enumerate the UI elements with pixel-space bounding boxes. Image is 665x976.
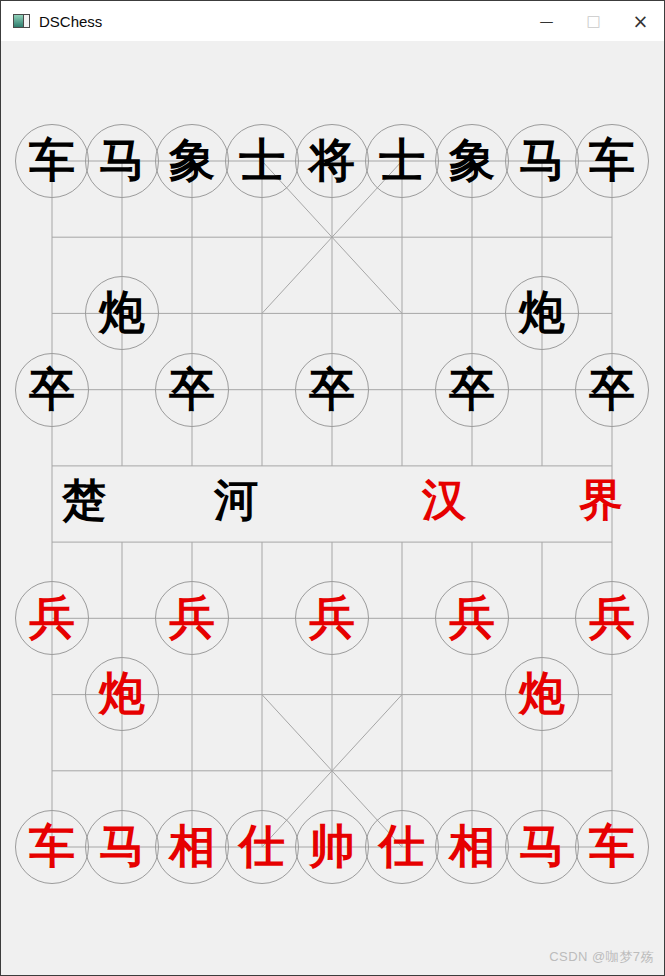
piece-black-horse[interactable]: 马 xyxy=(85,124,159,198)
minimize-button[interactable]: — xyxy=(523,1,570,41)
app-icon-teal-pane xyxy=(14,15,23,27)
piece-black-general[interactable]: 将 xyxy=(295,124,369,198)
watermark: CSDN @咖梦7殇 xyxy=(549,948,654,966)
piece-black-chariot[interactable]: 车 xyxy=(575,124,649,198)
piece-red-advisor[interactable]: 仕 xyxy=(225,810,299,884)
piece-red-horse[interactable]: 马 xyxy=(85,810,159,884)
piece-red-chariot[interactable]: 车 xyxy=(575,810,649,884)
piece-red-advisor[interactable]: 仕 xyxy=(365,810,439,884)
piece-black-elephant[interactable]: 象 xyxy=(435,124,509,198)
xiangqi-board[interactable]: 楚河汉界 车马象士将士象马车炮炮卒卒卒卒卒兵兵兵兵兵炮炮车马相仕帅仕相马车 CS… xyxy=(1,41,664,975)
piece-red-horse[interactable]: 马 xyxy=(505,810,579,884)
window-title: DSChess xyxy=(39,13,102,30)
piece-red-general[interactable]: 帅 xyxy=(295,810,369,884)
piece-red-cannon[interactable]: 炮 xyxy=(505,657,579,731)
piece-red-chariot[interactable]: 车 xyxy=(15,810,89,884)
app-window: DSChess — □ × 楚河汉界 车马象士将士象马车炮炮卒卒卒卒卒兵兵兵兵兵… xyxy=(0,0,665,976)
app-icon-light-pane xyxy=(23,15,29,27)
piece-red-elephant[interactable]: 相 xyxy=(155,810,229,884)
piece-black-soldier[interactable]: 卒 xyxy=(575,353,649,427)
piece-black-horse[interactable]: 马 xyxy=(505,124,579,198)
piece-red-soldier[interactable]: 兵 xyxy=(15,581,89,655)
app-icon xyxy=(13,14,30,28)
piece-black-chariot[interactable]: 车 xyxy=(15,124,89,198)
close-button[interactable]: × xyxy=(617,1,664,41)
piece-red-soldier[interactable]: 兵 xyxy=(575,581,649,655)
piece-black-soldier[interactable]: 卒 xyxy=(15,353,89,427)
piece-black-cannon[interactable]: 炮 xyxy=(505,276,579,350)
titlebar: DSChess — □ × xyxy=(1,1,664,41)
piece-black-elephant[interactable]: 象 xyxy=(155,124,229,198)
piece-red-elephant[interactable]: 相 xyxy=(435,810,509,884)
piece-black-soldier[interactable]: 卒 xyxy=(435,353,509,427)
piece-red-soldier[interactable]: 兵 xyxy=(155,581,229,655)
piece-layer: 车马象士将士象马车炮炮卒卒卒卒卒兵兵兵兵兵炮炮车马相仕帅仕相马车 xyxy=(17,123,647,885)
window-controls: — □ × xyxy=(523,1,664,41)
piece-black-advisor[interactable]: 士 xyxy=(365,124,439,198)
piece-black-soldier[interactable]: 卒 xyxy=(155,353,229,427)
piece-red-soldier[interactable]: 兵 xyxy=(295,581,369,655)
piece-red-soldier[interactable]: 兵 xyxy=(435,581,509,655)
maximize-button[interactable]: □ xyxy=(570,1,617,41)
piece-black-advisor[interactable]: 士 xyxy=(225,124,299,198)
piece-red-cannon[interactable]: 炮 xyxy=(85,657,159,731)
piece-black-soldier[interactable]: 卒 xyxy=(295,353,369,427)
piece-black-cannon[interactable]: 炮 xyxy=(85,276,159,350)
